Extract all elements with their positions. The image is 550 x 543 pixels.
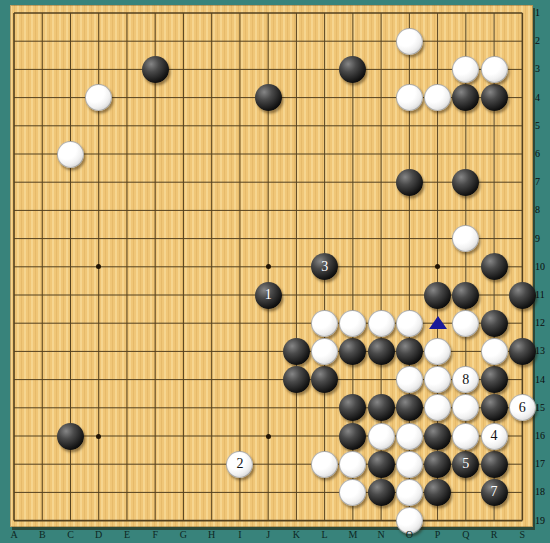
column-label-G: G (173, 529, 193, 540)
black-stone (424, 451, 451, 478)
white-stone (424, 338, 451, 365)
white-stone (339, 451, 366, 478)
black-stone (424, 282, 451, 309)
white-stone (396, 310, 423, 337)
black-stone (481, 394, 508, 421)
black-stone (57, 423, 84, 450)
column-label-E: E (117, 529, 137, 540)
row-label-19: 19 (535, 515, 550, 526)
column-label-L: L (315, 529, 335, 540)
black-stone (452, 282, 479, 309)
row-label-8: 8 (535, 204, 550, 215)
column-label-B: B (32, 529, 52, 540)
star-point (266, 264, 271, 269)
column-label-P: P (428, 529, 448, 540)
white-stone (481, 56, 508, 83)
row-label-1: 1 (535, 7, 550, 18)
column-label-I: I (230, 529, 250, 540)
row-label-17: 17 (535, 458, 550, 469)
black-stone (396, 169, 423, 196)
row-label-4: 4 (535, 92, 550, 103)
row-label-7: 7 (535, 176, 550, 187)
row-label-10: 10 (535, 261, 550, 272)
column-label-C: C (60, 529, 80, 540)
white-stone: 2 (226, 451, 253, 478)
row-label-5: 5 (535, 120, 550, 131)
white-stone (481, 338, 508, 365)
white-stone (311, 451, 338, 478)
move-number-label: 2 (236, 457, 243, 471)
star-point (266, 434, 271, 439)
black-stone (255, 84, 282, 111)
column-label-F: F (145, 529, 165, 540)
white-stone (311, 338, 338, 365)
row-label-18: 18 (535, 486, 550, 497)
white-stone (424, 84, 451, 111)
black-stone (396, 394, 423, 421)
black-stone (481, 310, 508, 337)
move-number-label: 4 (491, 429, 498, 443)
black-stone (452, 169, 479, 196)
column-label-H: H (202, 529, 222, 540)
white-stone (396, 451, 423, 478)
column-label-J: J (258, 529, 278, 540)
black-stone: 5 (452, 451, 479, 478)
column-label-R: R (484, 529, 504, 540)
black-stone (509, 282, 536, 309)
white-stone (339, 310, 366, 337)
white-stone (396, 479, 423, 506)
go-board[interactable]: 31578642 (10, 5, 533, 527)
white-stone (396, 423, 423, 450)
row-label-6: 6 (535, 148, 550, 159)
column-label-K: K (286, 529, 306, 540)
black-stone (368, 338, 395, 365)
black-stone (368, 451, 395, 478)
move-number-label: 6 (519, 401, 526, 415)
row-label-2: 2 (535, 35, 550, 46)
row-label-11: 11 (535, 289, 550, 300)
black-stone (481, 84, 508, 111)
black-stone (368, 394, 395, 421)
column-label-D: D (89, 529, 109, 540)
black-stone (509, 338, 536, 365)
row-label-12: 12 (535, 317, 550, 328)
white-stone (368, 310, 395, 337)
column-label-O: O (399, 529, 419, 540)
triangle-marker (429, 316, 447, 329)
row-label-15: 15 (535, 402, 550, 413)
move-number-label: 8 (462, 373, 469, 387)
white-stone (396, 366, 423, 393)
white-stone (368, 423, 395, 450)
black-stone (339, 423, 366, 450)
black-stone: 7 (481, 479, 508, 506)
black-stone (481, 451, 508, 478)
white-stone (311, 310, 338, 337)
column-label-S: S (512, 529, 532, 540)
black-stone (283, 366, 310, 393)
white-stone (452, 423, 479, 450)
white-stone (57, 141, 84, 168)
column-label-N: N (371, 529, 391, 540)
black-stone (396, 338, 423, 365)
black-stone (424, 479, 451, 506)
star-point (96, 434, 101, 439)
diagram-frame: 31578642 ABCDEFGHIJKLMNOPQRS 12345678910… (0, 0, 550, 543)
row-label-16: 16 (535, 430, 550, 441)
move-number-label: 1 (265, 288, 272, 302)
board-grid (10, 5, 533, 527)
move-number-label: 5 (462, 457, 469, 471)
white-stone (452, 310, 479, 337)
black-stone (481, 253, 508, 280)
row-label-13: 13 (535, 345, 550, 356)
black-stone (142, 56, 169, 83)
black-stone (424, 423, 451, 450)
row-label-9: 9 (535, 233, 550, 244)
black-stone: 1 (255, 282, 282, 309)
column-label-M: M (343, 529, 363, 540)
white-stone: 6 (509, 394, 536, 421)
white-stone (424, 366, 451, 393)
white-stone (396, 28, 423, 55)
white-stone: 4 (481, 423, 508, 450)
black-stone (368, 479, 395, 506)
white-stone (396, 84, 423, 111)
black-stone (481, 366, 508, 393)
move-number-label: 7 (491, 485, 498, 499)
column-label-Q: Q (456, 529, 476, 540)
row-label-14: 14 (535, 374, 550, 385)
column-label-A: A (4, 529, 24, 540)
black-stone (283, 338, 310, 365)
row-label-3: 3 (535, 63, 550, 74)
move-number-label: 3 (321, 260, 328, 274)
